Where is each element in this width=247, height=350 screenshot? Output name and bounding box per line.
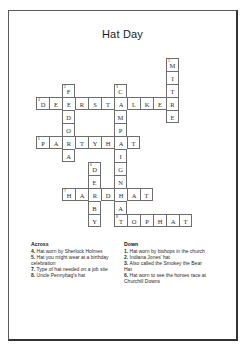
cell-letter: D xyxy=(102,189,114,202)
grid-cell: R xyxy=(166,97,179,110)
cell-letter: L xyxy=(128,98,140,111)
grid-cell: Y xyxy=(88,136,101,149)
cell-letter: A xyxy=(50,137,62,150)
grid-cell: H xyxy=(101,136,114,149)
cell-number: 6 xyxy=(90,164,92,168)
grid-cell: N xyxy=(114,175,127,188)
cell-letter: T xyxy=(128,137,139,150)
clue-item-across-5: 5. Hat you might wear at a birthday cele… xyxy=(31,254,121,266)
cell-number: 5 xyxy=(38,138,40,142)
grid-cell: D4 xyxy=(36,97,49,110)
cell-letter: P xyxy=(141,215,153,228)
grid-cell: I xyxy=(114,149,127,162)
cell-letter: E xyxy=(50,98,62,111)
clue-item-down-6: 6. Hat worn to see the horses race at Ch… xyxy=(124,272,210,284)
grid-cell: K xyxy=(140,97,153,110)
cell-number: 2 xyxy=(64,86,66,90)
grid-cell: Y xyxy=(88,214,101,227)
grid-cell: M1 xyxy=(166,58,179,71)
grid-cell: A xyxy=(62,149,75,162)
cell-letter: H xyxy=(154,215,166,228)
down-header: Down xyxy=(124,241,210,247)
grid-cell: O xyxy=(127,214,140,227)
grid-cell: T xyxy=(166,84,179,97)
clue-number: 5. xyxy=(31,254,37,260)
cell-letter: Y xyxy=(89,215,100,228)
grid-cell: L xyxy=(127,97,140,110)
down-clues-column: Down 1. Hat worn by bishops in the churc… xyxy=(124,241,210,284)
grid-cell: P5 xyxy=(36,136,49,149)
clue-item-across-8: 8. Uncle Pennybag's hat xyxy=(31,272,121,278)
cell-letter: R xyxy=(76,98,88,111)
cell-letter: A xyxy=(76,189,88,202)
grid-cell: T xyxy=(127,136,140,149)
cell-number: 8 xyxy=(116,216,118,220)
cell-letter: A xyxy=(167,215,179,228)
grid-cell: A xyxy=(127,188,140,201)
grid-cell: A xyxy=(75,188,88,201)
grid-cell: T xyxy=(75,136,88,149)
grid-cell: C3 xyxy=(114,84,127,97)
grid-cell: A xyxy=(49,136,62,149)
grid-cell: R xyxy=(88,188,101,201)
across-clues-column: Across 4. Hat worn by Sherlock Holmes5. … xyxy=(31,241,121,278)
grid-cell: D xyxy=(101,188,114,201)
grid-cell: A xyxy=(114,97,127,110)
grid-cell: S xyxy=(88,97,101,110)
cell-letter: Y xyxy=(89,137,101,150)
grid-cell: P xyxy=(140,214,153,227)
cell-letter: S xyxy=(89,98,101,111)
grid-cell: I xyxy=(166,71,179,84)
grid-cell: E xyxy=(62,97,75,110)
grid-cell: B xyxy=(88,201,101,214)
grid-cell: A xyxy=(114,136,127,149)
across-header: Across xyxy=(31,241,121,247)
clue-item-down-3: 3. Also called the Smokey the Bear Hat xyxy=(124,260,210,272)
grid-cell: T xyxy=(101,97,114,110)
grid-cell: R xyxy=(62,136,75,149)
cell-letter: E xyxy=(167,111,178,124)
grid-cell: F2 xyxy=(62,84,75,97)
puzzle-title: Hat Day xyxy=(9,28,236,40)
grid-cell: H7 xyxy=(62,188,75,201)
worksheet-page: Hat Day M1IF2C3TD4EERSTALKERDMEOPP5ARTYH… xyxy=(8,10,238,341)
cell-letter: K xyxy=(141,98,153,111)
cell-number: 3 xyxy=(116,86,118,90)
cell-letter: T xyxy=(180,215,191,228)
cell-number: 4 xyxy=(38,99,40,103)
grid-cell: D6 xyxy=(88,162,101,175)
grid-cell: E xyxy=(49,97,62,110)
grid-cell: T xyxy=(140,188,153,201)
cell-number: 7 xyxy=(64,190,66,194)
grid-cell: T8 xyxy=(114,214,127,227)
grid-cell: E xyxy=(88,175,101,188)
grid-cell: E xyxy=(153,97,166,110)
grid-cell: R xyxy=(75,97,88,110)
clue-number: 8. xyxy=(31,272,37,278)
grid-cell: T xyxy=(179,214,192,227)
down-clue-list: 1. Hat worn by bishops in the church2. I… xyxy=(124,248,210,284)
clue-number: 3. xyxy=(124,260,130,266)
grid-cell: G xyxy=(114,162,127,175)
grid-cell: A xyxy=(166,214,179,227)
cell-letter: A xyxy=(128,189,140,202)
across-clue-list: 4. Hat worn by Sherlock Holmes5. Hat you… xyxy=(31,248,121,278)
cell-letter: O xyxy=(128,215,140,228)
grid-cell: P xyxy=(114,123,127,136)
cell-letter: A xyxy=(63,150,74,163)
grid-cell: E xyxy=(166,110,179,123)
crossword-grid: M1IF2C3TD4EERSTALKERDMEOPP5ARTYHATAID6GE… xyxy=(36,58,192,227)
cell-letter: T xyxy=(141,189,152,202)
cell-number: 1 xyxy=(168,60,170,64)
grid-cell: O xyxy=(62,123,75,136)
cell-letter: E xyxy=(154,98,166,111)
cell-letter: H xyxy=(102,137,114,150)
grid-cell: H xyxy=(153,214,166,227)
cell-letter: T xyxy=(76,137,88,150)
grid-cell: M xyxy=(114,110,127,123)
grid-cell: D xyxy=(62,110,75,123)
grid-cell: H xyxy=(114,188,127,201)
clue-number: 6. xyxy=(124,272,130,278)
grid-cell: A xyxy=(114,201,127,214)
cell-letter: T xyxy=(102,98,114,111)
